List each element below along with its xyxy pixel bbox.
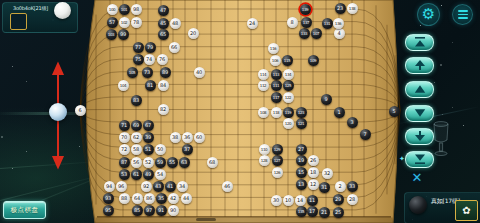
down-triangle-bar-icon	[413, 154, 427, 164]
app-screen: 1234567891011121314151718192021232425262…	[0, 0, 480, 223]
step-forward-button[interactable]	[405, 105, 434, 122]
sparkle-icon: ✦	[399, 156, 405, 163]
bar-up-triangle-icon	[413, 37, 427, 47]
settings-button[interactable]: ⚙	[417, 3, 440, 26]
move-list-button[interactable]	[452, 4, 473, 25]
white-stone-indicator	[54, 2, 71, 19]
black-stone-indicator	[409, 196, 427, 214]
up-triangle-icon	[413, 84, 427, 94]
black-player-avatar[interactable]: ✿	[455, 200, 478, 221]
step-backward-button[interactable]	[405, 81, 434, 98]
white-player-avatar[interactable]	[10, 13, 27, 30]
white-player-title: 3o0b4oK[21级]	[13, 5, 48, 11]
jump-to-start-button[interactable]	[405, 34, 434, 51]
down-arrow-stem-icon	[413, 131, 427, 141]
list-icon	[458, 10, 468, 19]
fast-backward-button[interactable]	[405, 57, 434, 74]
gear-icon: ⚙	[422, 7, 435, 22]
board-scale-handle[interactable]	[49, 103, 67, 121]
board-mode-button[interactable]: 极点棋盘	[3, 201, 46, 219]
gesture-bar	[196, 218, 216, 221]
jump-to-end-button[interactable]	[405, 151, 434, 168]
fast-forward-button[interactable]	[405, 128, 434, 145]
close-button[interactable]: ✕	[409, 170, 425, 186]
up-arrow-stem-icon	[413, 60, 427, 70]
black-player-bar: 真如[17级] ✿	[404, 192, 480, 223]
board-mode-label: 极点棋盘	[11, 206, 39, 215]
down-triangle-icon	[413, 108, 427, 118]
